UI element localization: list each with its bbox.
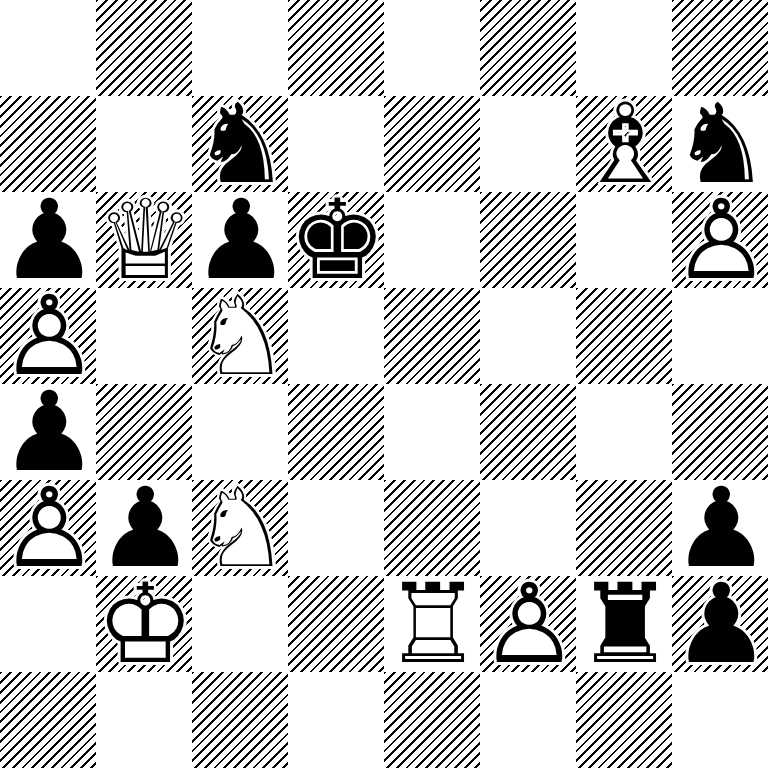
- piece-white-knight-c3[interactable]: ♘: [192, 480, 288, 576]
- square-f2[interactable]: ♟♙: [480, 576, 576, 672]
- piece-white-knight-c5[interactable]: ♘: [192, 288, 288, 384]
- piece-black-rook-g2[interactable]: ♜: [576, 576, 672, 672]
- square-f6[interactable]: [480, 192, 576, 288]
- square-d3[interactable]: [288, 480, 384, 576]
- square-e7[interactable]: [384, 96, 480, 192]
- square-c5[interactable]: ♞♘: [192, 288, 288, 384]
- square-e8[interactable]: [384, 0, 480, 96]
- square-e2[interactable]: ♜♖: [384, 576, 480, 672]
- square-c3[interactable]: ♞♘: [192, 480, 288, 576]
- piece-white-queen-b6[interactable]: ♕: [96, 192, 192, 288]
- square-d6[interactable]: ♚: [288, 192, 384, 288]
- square-e5[interactable]: [384, 288, 480, 384]
- square-f5[interactable]: [480, 288, 576, 384]
- square-d2[interactable]: [288, 576, 384, 672]
- square-e4[interactable]: [384, 384, 480, 480]
- piece-white-bishop-g7[interactable]: ♗: [576, 96, 672, 192]
- square-d4[interactable]: [288, 384, 384, 480]
- square-b8[interactable]: [96, 0, 192, 96]
- square-f8[interactable]: [480, 0, 576, 96]
- piece-white-pawn-f2[interactable]: ♙: [480, 576, 576, 672]
- square-e6[interactable]: [384, 192, 480, 288]
- square-f7[interactable]: [480, 96, 576, 192]
- chess-board: ♞♝♗♞♟♛♕♟♚♟♙♟♙♞♘♟♟♙♟♞♘♟♚♔♜♖♟♙♜♟: [0, 0, 768, 768]
- square-f4[interactable]: [480, 384, 576, 480]
- piece-white-pawn-a3[interactable]: ♙: [0, 480, 96, 576]
- piece-black-pawn-h2[interactable]: ♟: [672, 576, 768, 672]
- square-g2[interactable]: ♜: [576, 576, 672, 672]
- square-b6[interactable]: ♛♕: [96, 192, 192, 288]
- piece-white-pawn-h6[interactable]: ♙: [672, 192, 768, 288]
- square-d1[interactable]: [288, 672, 384, 768]
- square-a8[interactable]: [0, 0, 96, 96]
- square-d8[interactable]: [288, 0, 384, 96]
- square-c1[interactable]: [192, 672, 288, 768]
- square-g4[interactable]: [576, 384, 672, 480]
- piece-black-king-d6[interactable]: ♚: [288, 192, 384, 288]
- square-b2[interactable]: ♚♔: [96, 576, 192, 672]
- square-g5[interactable]: [576, 288, 672, 384]
- square-a3[interactable]: ♟♙: [0, 480, 96, 576]
- piece-white-rook-e2[interactable]: ♖: [384, 576, 480, 672]
- square-g7[interactable]: ♝♗: [576, 96, 672, 192]
- piece-white-king-b2[interactable]: ♔: [96, 576, 192, 672]
- square-a1[interactable]: [0, 672, 96, 768]
- square-h6[interactable]: ♟♙: [672, 192, 768, 288]
- square-h2[interactable]: ♟: [672, 576, 768, 672]
